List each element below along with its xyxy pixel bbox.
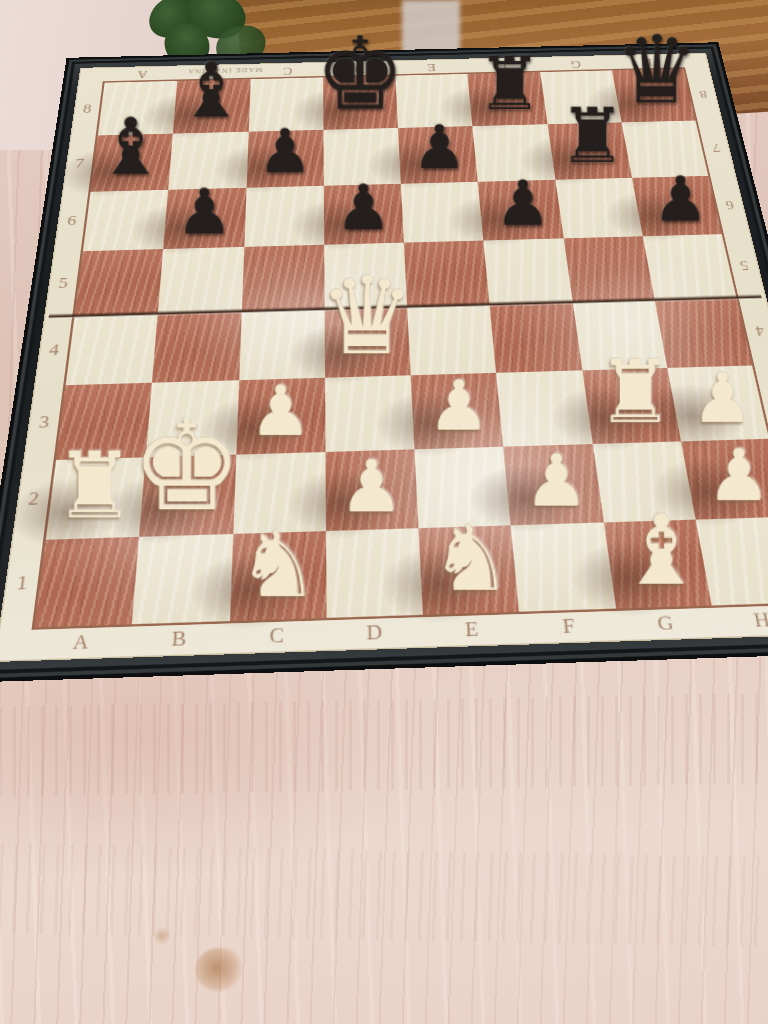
file-label-near-B: B bbox=[129, 621, 229, 658]
play-area: ♝♚♜♛♝♟♟♜♟♟♟♟♛♟♟♜♟♜♚♟♟♟♞♞♝ bbox=[35, 69, 768, 628]
piece-white-pawn-e3[interactable]: ♟ bbox=[411, 373, 504, 449]
white-knight-glyph: ♞ bbox=[191, 519, 364, 611]
piece-white-queen-d4[interactable]: ♛ bbox=[324, 307, 410, 378]
piece-black-pawn-h6[interactable]: ♟ bbox=[632, 175, 722, 236]
piece-white-knight-e1[interactable]: ♞ bbox=[418, 526, 519, 615]
black-pawn-glyph: ♟ bbox=[370, 117, 508, 177]
piece-white-knight-c1[interactable]: ♞ bbox=[229, 531, 326, 621]
piece-black-pawn-b6[interactable]: ♟ bbox=[163, 187, 246, 249]
table-grain bbox=[0, 693, 768, 796]
photo-scene: ABCDEFGH ABCDEFGH 87654321 87654321 MADE… bbox=[0, 0, 768, 1024]
file-label-near-D: D bbox=[326, 615, 424, 651]
file-label-near-F: F bbox=[519, 609, 620, 645]
piece-white-bishop-g1[interactable]: ♝ bbox=[603, 520, 711, 609]
black-pawn-glyph: ♟ bbox=[609, 168, 752, 230]
white-pawn-glyph: ♟ bbox=[378, 371, 538, 441]
file-label-near-A: A bbox=[30, 624, 132, 661]
pieces-layer: ♝♚♜♛♝♟♟♜♟♟♟♟♛♟♟♜♟♜♚♟♟♟♞♞♝ bbox=[35, 69, 768, 628]
white-bishop-glyph: ♝ bbox=[575, 502, 747, 599]
piece-white-rook-g3[interactable]: ♜ bbox=[582, 368, 681, 444]
white-rook-glyph: ♜ bbox=[10, 440, 177, 531]
black-pawn-glyph: ♟ bbox=[451, 172, 594, 234]
white-knight-glyph: ♞ bbox=[384, 514, 557, 606]
piece-black-pawn-f6[interactable]: ♟ bbox=[478, 179, 563, 240]
piece-black-pawn-d6[interactable]: ♟ bbox=[324, 183, 404, 245]
piece-white-rook-a2[interactable]: ♜ bbox=[46, 457, 146, 540]
black-pawn-glyph: ♟ bbox=[292, 176, 435, 239]
white-queen-glyph: ♛ bbox=[290, 262, 444, 370]
black-pawn-glyph: ♟ bbox=[216, 121, 355, 182]
white-rook-glyph: ♜ bbox=[555, 349, 714, 436]
chess-board: ABCDEFGH ABCDEFGH 87654321 87654321 MADE… bbox=[0, 42, 768, 682]
black-pawn-glyph: ♟ bbox=[132, 180, 276, 243]
black-king-glyph: ♚ bbox=[293, 24, 427, 124]
table-grain bbox=[0, 843, 768, 946]
board-frame: ABCDEFGH ABCDEFGH 87654321 87654321 MADE… bbox=[0, 42, 768, 682]
board-sheet: ABCDEFGH ABCDEFGH 87654321 87654321 MADE… bbox=[0, 53, 768, 662]
black-rook-glyph: ♜ bbox=[523, 98, 661, 173]
table-stain-small bbox=[152, 928, 172, 944]
black-bishop-glyph: ♝ bbox=[61, 108, 200, 186]
file-label-near-H: H bbox=[711, 602, 768, 638]
